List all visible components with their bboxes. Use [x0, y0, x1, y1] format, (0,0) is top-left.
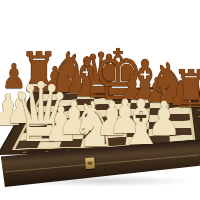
pieces-layer: ♟♜♟♞♟♝♛♚♟♝♟♞♟♜♟♟♛♟♟♞♟♟♝♟: [0, 0, 200, 200]
chess-set-photo: abcdefgh 12345678 ♟♜♟♞♟♝♛♚♟♝♟♞♟♜♟♟♛♟♟♞♟♟…: [0, 0, 200, 200]
piece-cream-pawn: ♟: [147, 95, 181, 142]
